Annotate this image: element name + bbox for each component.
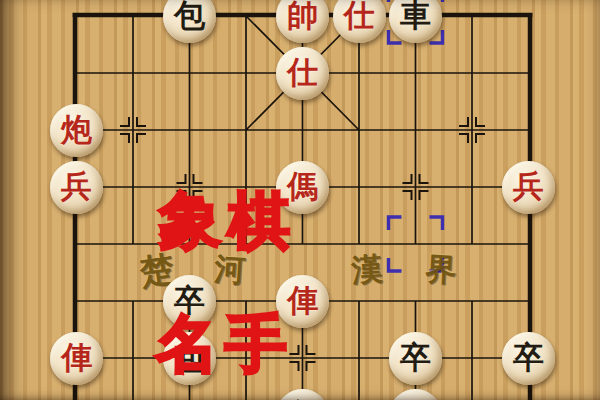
piece-black-車[interactable]: 車 xyxy=(389,0,442,43)
piece-glyph: 車 xyxy=(400,0,431,31)
piece-black-卒[interactable]: 卒 xyxy=(389,332,442,385)
xiangqi-board[interactable]: 楚 河 漢 界 包帥仕車仕炮兵傌兵卒俥俥包卒卒象 象棋 名手 xyxy=(0,0,600,400)
piece-red-仕[interactable]: 仕 xyxy=(333,0,386,43)
piece-glyph: 帥 xyxy=(287,0,318,31)
piece-red-仕[interactable]: 仕 xyxy=(276,47,329,100)
piece-red-兵[interactable]: 兵 xyxy=(50,161,103,214)
overlay-title-line1: 象棋 xyxy=(159,190,297,252)
pieces-layer: 包帥仕車仕炮兵傌兵卒俥俥包卒卒象 xyxy=(0,0,600,400)
piece-glyph: 卒 xyxy=(513,342,544,373)
piece-glyph: 包 xyxy=(174,0,205,31)
piece-red-炮[interactable]: 炮 xyxy=(50,104,103,157)
piece-glyph: 仕 xyxy=(287,57,318,88)
piece-glyph: 炮 xyxy=(61,114,92,145)
piece-black-unknown[interactable] xyxy=(389,389,442,400)
piece-red-帥[interactable]: 帥 xyxy=(276,0,329,43)
piece-glyph: 俥 xyxy=(61,342,92,373)
piece-glyph: 仕 xyxy=(344,0,375,31)
piece-glyph: 兵 xyxy=(61,171,92,202)
piece-glyph: 卒 xyxy=(400,342,431,373)
piece-black-包[interactable]: 包 xyxy=(163,0,216,43)
piece-glyph: 兵 xyxy=(513,171,544,202)
piece-red-俥[interactable]: 俥 xyxy=(50,332,103,385)
piece-black-卒[interactable]: 卒 xyxy=(502,332,555,385)
piece-black-象[interactable]: 象 xyxy=(276,389,329,400)
overlay-title-line2: 名手 xyxy=(156,313,294,375)
piece-red-兵[interactable]: 兵 xyxy=(502,161,555,214)
